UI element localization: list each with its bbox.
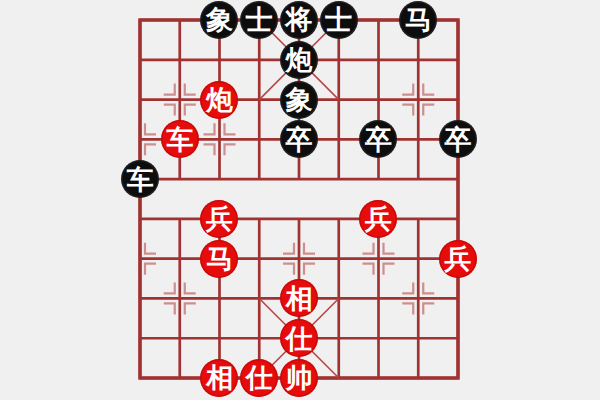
- board-point[interactable]: 相: [279, 278, 319, 318]
- board-point[interactable]: [359, 318, 399, 358]
- piece-red-advisor[interactable]: 仕: [280, 319, 318, 357]
- board-point[interactable]: [120, 0, 160, 40]
- board-point[interactable]: [160, 80, 200, 120]
- board-point[interactable]: [398, 159, 438, 199]
- board-point[interactable]: [200, 119, 240, 159]
- board-point[interactable]: [200, 318, 240, 358]
- piece-red-horse[interactable]: 马: [200, 240, 238, 278]
- board-point[interactable]: [239, 318, 279, 358]
- board-point[interactable]: [438, 358, 478, 398]
- board-point[interactable]: 兵: [359, 199, 399, 239]
- board-point[interactable]: [359, 80, 399, 120]
- piece-black-soldier[interactable]: 卒: [280, 120, 318, 158]
- board-point[interactable]: [160, 318, 200, 358]
- board-point[interactable]: 士: [239, 0, 279, 40]
- board-point[interactable]: [319, 40, 359, 80]
- piece-black-advisor[interactable]: 士: [320, 1, 358, 39]
- board-point[interactable]: [359, 40, 399, 80]
- board-point[interactable]: 相: [200, 358, 240, 398]
- board-point[interactable]: 帅: [279, 358, 319, 398]
- board-point[interactable]: [438, 0, 478, 40]
- piece-red-general[interactable]: 帅: [280, 359, 318, 397]
- board-point[interactable]: [398, 80, 438, 120]
- board-point[interactable]: [239, 80, 279, 120]
- board-point[interactable]: [359, 358, 399, 398]
- board-point[interactable]: [398, 239, 438, 279]
- piece-red-advisor[interactable]: 仕: [240, 359, 278, 397]
- board-point[interactable]: [120, 358, 160, 398]
- board-point[interactable]: [319, 119, 359, 159]
- board-point[interactable]: [200, 40, 240, 80]
- board-point[interactable]: 炮: [200, 80, 240, 120]
- board-point[interactable]: 车: [160, 119, 200, 159]
- board-point[interactable]: 兵: [200, 199, 240, 239]
- board-point[interactable]: [398, 40, 438, 80]
- piece-black-chariot[interactable]: 车: [121, 160, 159, 198]
- board-point[interactable]: [438, 159, 478, 199]
- piece-red-soldier[interactable]: 兵: [359, 200, 397, 238]
- board-point[interactable]: 将: [279, 0, 319, 40]
- piece-black-soldier[interactable]: 卒: [439, 120, 477, 158]
- board-point[interactable]: 士: [319, 0, 359, 40]
- board-point[interactable]: [120, 239, 160, 279]
- board-point[interactable]: [200, 159, 240, 199]
- board-point[interactable]: [359, 0, 399, 40]
- piece-black-horse[interactable]: 马: [399, 1, 437, 39]
- piece-black-soldier[interactable]: 卒: [359, 120, 397, 158]
- board-point[interactable]: [279, 239, 319, 279]
- board-point[interactable]: [359, 159, 399, 199]
- board-point[interactable]: [160, 278, 200, 318]
- board-point[interactable]: [438, 199, 478, 239]
- board-point[interactable]: [398, 278, 438, 318]
- board-point[interactable]: [239, 159, 279, 199]
- board-point[interactable]: 兵: [438, 239, 478, 279]
- board-point[interactable]: [239, 119, 279, 159]
- board-point[interactable]: 象: [200, 0, 240, 40]
- board-point[interactable]: [160, 358, 200, 398]
- board-point[interactable]: [319, 278, 359, 318]
- board-point[interactable]: [239, 40, 279, 80]
- board-point[interactable]: [200, 278, 240, 318]
- board-point[interactable]: [120, 278, 160, 318]
- board-point[interactable]: 仕: [279, 318, 319, 358]
- board-point[interactable]: 炮: [279, 40, 319, 80]
- xiangqi-board: 象士将士马炮炮象车卒卒卒车兵兵马兵相仕相仕帅: [120, 0, 478, 398]
- board-point[interactable]: [398, 358, 438, 398]
- board-point[interactable]: 卒: [279, 119, 319, 159]
- board-point[interactable]: [239, 278, 279, 318]
- board-point[interactable]: [120, 80, 160, 120]
- board-point[interactable]: 车: [120, 159, 160, 199]
- board-point[interactable]: [319, 239, 359, 279]
- board-point[interactable]: [438, 318, 478, 358]
- piece-red-soldier[interactable]: 兵: [200, 200, 238, 238]
- piece-black-general[interactable]: 将: [280, 1, 318, 39]
- board-point[interactable]: 仕: [239, 358, 279, 398]
- board-point[interactable]: [279, 159, 319, 199]
- board-point[interactable]: [359, 239, 399, 279]
- board-point[interactable]: [398, 199, 438, 239]
- board-point[interactable]: [160, 0, 200, 40]
- board-point[interactable]: 象: [279, 80, 319, 120]
- board-point[interactable]: [319, 358, 359, 398]
- board-point[interactable]: 卒: [359, 119, 399, 159]
- board-point[interactable]: [120, 119, 160, 159]
- board-point[interactable]: [319, 318, 359, 358]
- board-point[interactable]: 马: [398, 0, 438, 40]
- board-point[interactable]: [398, 119, 438, 159]
- board-point[interactable]: [160, 199, 200, 239]
- board-point[interactable]: [279, 199, 319, 239]
- piece-red-soldier[interactable]: 兵: [439, 240, 477, 278]
- board-point[interactable]: [438, 278, 478, 318]
- board-point[interactable]: [438, 80, 478, 120]
- xiangqi-app: 象士将士马炮炮象车卒卒卒车兵兵马兵相仕相仕帅: [0, 0, 600, 400]
- board-point[interactable]: [239, 239, 279, 279]
- piece-red-elephant[interactable]: 相: [280, 279, 318, 317]
- board-point[interactable]: [319, 199, 359, 239]
- board-point[interactable]: [319, 159, 359, 199]
- board-point[interactable]: [438, 40, 478, 80]
- piece-black-advisor[interactable]: 士: [240, 1, 278, 39]
- board-point[interactable]: [160, 159, 200, 199]
- board-point[interactable]: [160, 239, 200, 279]
- piece-red-chariot[interactable]: 车: [161, 120, 199, 158]
- board-point[interactable]: [120, 318, 160, 358]
- board-point[interactable]: [160, 40, 200, 80]
- board-point[interactable]: [239, 199, 279, 239]
- piece-red-elephant[interactable]: 相: [200, 359, 238, 397]
- board-point[interactable]: 卒: [438, 119, 478, 159]
- board-point[interactable]: 马: [200, 239, 240, 279]
- board-point[interactable]: [359, 278, 399, 318]
- board-point[interactable]: [120, 199, 160, 239]
- piece-red-cannon[interactable]: 炮: [200, 81, 238, 119]
- board-point[interactable]: [120, 40, 160, 80]
- board-point[interactable]: [319, 80, 359, 120]
- piece-black-cannon[interactable]: 炮: [280, 41, 318, 79]
- board-point[interactable]: [398, 318, 438, 358]
- piece-black-elephant[interactable]: 象: [280, 81, 318, 119]
- piece-black-elephant[interactable]: 象: [200, 1, 238, 39]
